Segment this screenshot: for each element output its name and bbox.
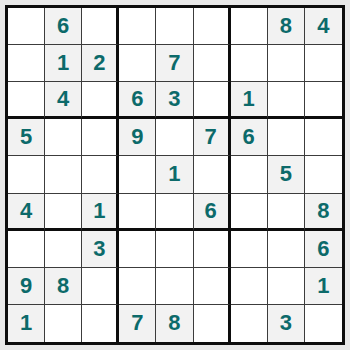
cell-r1c3[interactable] bbox=[82, 8, 119, 45]
cell-r5c3[interactable] bbox=[82, 156, 119, 193]
cell-r9c3[interactable] bbox=[82, 305, 119, 342]
cell-r2c9[interactable] bbox=[305, 45, 342, 82]
cell-r1c7[interactable] bbox=[231, 8, 268, 45]
cell-r2c7[interactable] bbox=[231, 45, 268, 82]
cell-r4c5[interactable] bbox=[156, 119, 193, 156]
cell-r3c2: 4 bbox=[45, 82, 82, 119]
cell-r1c5[interactable] bbox=[156, 8, 193, 45]
cell-r8c6[interactable] bbox=[194, 268, 231, 305]
cell-r6c7[interactable] bbox=[231, 194, 268, 231]
cell-r3c4: 6 bbox=[119, 82, 156, 119]
cell-r1c6[interactable] bbox=[194, 8, 231, 45]
cell-r9c5: 8 bbox=[156, 305, 193, 342]
cell-r1c9: 4 bbox=[305, 8, 342, 45]
cell-r5c2[interactable] bbox=[45, 156, 82, 193]
cell-r6c2[interactable] bbox=[45, 194, 82, 231]
cell-r2c8[interactable] bbox=[268, 45, 305, 82]
cell-r7c2[interactable] bbox=[45, 231, 82, 268]
cell-r3c3[interactable] bbox=[82, 82, 119, 119]
cell-r4c2[interactable] bbox=[45, 119, 82, 156]
cell-r1c1[interactable] bbox=[8, 8, 45, 45]
cell-r3c1[interactable] bbox=[8, 82, 45, 119]
cell-r6c9: 8 bbox=[305, 194, 342, 231]
cell-r2c3: 2 bbox=[82, 45, 119, 82]
cell-r9c9[interactable] bbox=[305, 305, 342, 342]
cell-r8c1: 9 bbox=[8, 268, 45, 305]
cell-r7c7[interactable] bbox=[231, 231, 268, 268]
cell-r2c4[interactable] bbox=[119, 45, 156, 82]
cell-r9c7[interactable] bbox=[231, 305, 268, 342]
cell-r2c1[interactable] bbox=[8, 45, 45, 82]
cell-r6c5[interactable] bbox=[156, 194, 193, 231]
cell-r9c4: 7 bbox=[119, 305, 156, 342]
cell-r8c2: 8 bbox=[45, 268, 82, 305]
cell-r7c4[interactable] bbox=[119, 231, 156, 268]
sudoku-board: 68412746315976154168369811783 bbox=[5, 5, 345, 345]
cell-r4c1: 5 bbox=[8, 119, 45, 156]
cell-r5c1[interactable] bbox=[8, 156, 45, 193]
cell-r4c7: 6 bbox=[231, 119, 268, 156]
cell-r4c4: 9 bbox=[119, 119, 156, 156]
cell-r5c9[interactable] bbox=[305, 156, 342, 193]
cell-r5c7[interactable] bbox=[231, 156, 268, 193]
cell-r7c6[interactable] bbox=[194, 231, 231, 268]
cell-r3c7: 1 bbox=[231, 82, 268, 119]
cell-r3c6[interactable] bbox=[194, 82, 231, 119]
cell-r3c8[interactable] bbox=[268, 82, 305, 119]
cell-r2c2: 1 bbox=[45, 45, 82, 82]
cell-r8c7[interactable] bbox=[231, 268, 268, 305]
cell-r4c3[interactable] bbox=[82, 119, 119, 156]
cell-r6c3: 1 bbox=[82, 194, 119, 231]
cell-r7c3: 3 bbox=[82, 231, 119, 268]
cell-r8c8[interactable] bbox=[268, 268, 305, 305]
cell-r4c8[interactable] bbox=[268, 119, 305, 156]
cell-r6c6: 6 bbox=[194, 194, 231, 231]
cell-r4c6: 7 bbox=[194, 119, 231, 156]
cell-r9c6[interactable] bbox=[194, 305, 231, 342]
cell-r5c8: 5 bbox=[268, 156, 305, 193]
cell-r1c2: 6 bbox=[45, 8, 82, 45]
cell-r6c1: 4 bbox=[8, 194, 45, 231]
cell-r9c1: 1 bbox=[8, 305, 45, 342]
cell-r8c3[interactable] bbox=[82, 268, 119, 305]
cell-r3c9[interactable] bbox=[305, 82, 342, 119]
cell-r7c1[interactable] bbox=[8, 231, 45, 268]
cell-r9c8: 3 bbox=[268, 305, 305, 342]
cell-r7c8[interactable] bbox=[268, 231, 305, 268]
cell-r5c6[interactable] bbox=[194, 156, 231, 193]
cell-r6c8[interactable] bbox=[268, 194, 305, 231]
cell-r1c4[interactable] bbox=[119, 8, 156, 45]
sudoku-page: 68412746315976154168369811783 bbox=[0, 0, 350, 350]
cell-r4c9[interactable] bbox=[305, 119, 342, 156]
cell-r7c5[interactable] bbox=[156, 231, 193, 268]
cell-r8c4[interactable] bbox=[119, 268, 156, 305]
cell-r3c5: 3 bbox=[156, 82, 193, 119]
cell-r5c4[interactable] bbox=[119, 156, 156, 193]
cell-r2c5: 7 bbox=[156, 45, 193, 82]
cell-r9c2[interactable] bbox=[45, 305, 82, 342]
cell-r1c8: 8 bbox=[268, 8, 305, 45]
cell-r7c9: 6 bbox=[305, 231, 342, 268]
cell-r5c5: 1 bbox=[156, 156, 193, 193]
cell-r8c5[interactable] bbox=[156, 268, 193, 305]
cell-r2c6[interactable] bbox=[194, 45, 231, 82]
cell-r6c4[interactable] bbox=[119, 194, 156, 231]
cell-r8c9: 1 bbox=[305, 268, 342, 305]
